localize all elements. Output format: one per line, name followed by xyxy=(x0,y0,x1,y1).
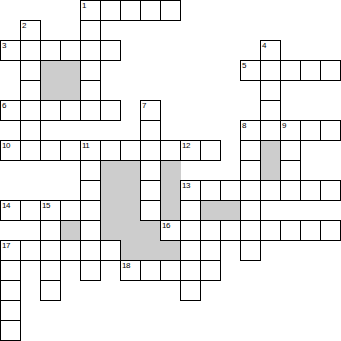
answer-cell-r11c9[interactable] xyxy=(180,220,201,241)
answer-cell-r11c2[interactable] xyxy=(40,220,61,241)
answer-cell-r9c14[interactable] xyxy=(280,180,301,201)
answer-cell-r8c12[interactable] xyxy=(240,160,261,181)
clue-number-2: 2 xyxy=(22,21,26,30)
answer-cell-r11c16[interactable] xyxy=(320,220,341,241)
answer-cell-r10c4[interactable] xyxy=(80,200,101,221)
answer-cell-r13c10[interactable] xyxy=(200,260,221,281)
answer-cell-r3c14[interactable] xyxy=(280,60,301,81)
answer-cell-r2c0[interactable]: 3 xyxy=(0,40,21,61)
answer-cell-r15c0[interactable] xyxy=(0,300,21,321)
answer-cell-r10c2[interactable]: 15 xyxy=(40,200,61,221)
clue-number-16: 16 xyxy=(162,221,170,230)
answer-cell-r3c1[interactable] xyxy=(20,60,41,81)
answer-cell-r6c14[interactable]: 9 xyxy=(280,120,301,141)
shaded-cell-r10c8 xyxy=(160,200,181,221)
answer-cell-r9c13[interactable] xyxy=(260,180,281,201)
answer-cell-r7c4[interactable]: 11 xyxy=(80,140,101,161)
answer-cell-r4c4[interactable] xyxy=(80,80,101,101)
clue-number-4: 4 xyxy=(262,41,266,50)
answer-cell-r7c0[interactable]: 10 xyxy=(0,140,21,161)
answer-cell-r9c9[interactable]: 13 xyxy=(180,180,201,201)
shaded-cell-r8c6 xyxy=(120,160,141,181)
answer-cell-r0c6[interactable] xyxy=(120,0,141,21)
answer-cell-r10c7[interactable] xyxy=(140,200,161,221)
clue-number-7: 7 xyxy=(142,101,146,110)
answer-cell-r5c4[interactable] xyxy=(80,100,101,121)
clue-number-13: 13 xyxy=(182,181,190,190)
answer-cell-r7c9[interactable]: 12 xyxy=(180,140,201,161)
answer-cell-r2c5[interactable] xyxy=(100,40,121,61)
clue-number-8: 8 xyxy=(242,121,246,130)
clue-number-9: 9 xyxy=(282,121,286,130)
answer-cell-r5c13[interactable] xyxy=(260,100,281,121)
answer-cell-r12c0[interactable]: 17 xyxy=(0,240,21,261)
answer-cell-r11c12[interactable] xyxy=(240,220,261,241)
shaded-cell-r10c11 xyxy=(220,200,241,221)
answer-cell-r7c2[interactable] xyxy=(40,140,61,161)
answer-cell-r3c13[interactable] xyxy=(260,60,281,81)
shaded-cell-r10c5 xyxy=(100,200,121,221)
clue-number-6: 6 xyxy=(2,101,6,110)
clue-number-14: 14 xyxy=(2,201,10,210)
answer-cell-r4c13[interactable] xyxy=(260,80,281,101)
answer-cell-r6c13[interactable] xyxy=(260,120,281,141)
answer-cell-r3c15[interactable] xyxy=(300,60,321,81)
answer-cell-r9c10[interactable] xyxy=(200,180,221,201)
answer-cell-r7c8[interactable] xyxy=(160,140,181,161)
answer-cell-r2c13[interactable]: 4 xyxy=(260,40,281,61)
answer-cell-r8c14[interactable] xyxy=(280,160,301,181)
answer-cell-r13c0[interactable] xyxy=(0,260,21,281)
answer-cell-r11c11[interactable] xyxy=(220,220,241,241)
clue-number-18: 18 xyxy=(122,261,130,270)
answer-cell-r7c3[interactable] xyxy=(60,140,81,161)
answer-cell-r0c8[interactable] xyxy=(160,0,181,21)
clue-number-3: 3 xyxy=(2,41,6,50)
answer-cell-r5c7[interactable]: 7 xyxy=(140,100,161,121)
shaded-cell-r8c8 xyxy=(160,160,181,181)
answer-cell-r11c10[interactable] xyxy=(200,220,221,241)
answer-cell-r13c8[interactable] xyxy=(160,260,181,281)
shaded-cell-r12c8 xyxy=(160,240,181,261)
clue-number-5: 5 xyxy=(242,61,246,70)
answer-cell-r3c16[interactable] xyxy=(320,60,341,81)
answer-cell-r6c15[interactable] xyxy=(300,120,321,141)
shaded-cell-r12c7 xyxy=(140,240,161,261)
answer-cell-r14c9[interactable] xyxy=(180,280,201,301)
answer-cell-r9c15[interactable] xyxy=(300,180,321,201)
answer-cell-r1c4[interactable] xyxy=(80,20,101,41)
answer-cell-r7c14[interactable] xyxy=(280,140,301,161)
answer-cell-r13c4[interactable] xyxy=(80,260,101,281)
answer-cell-r12c2[interactable] xyxy=(40,240,61,261)
shaded-cell-r10c10 xyxy=(200,200,221,221)
clue-number-15: 15 xyxy=(42,201,50,210)
answer-cell-r12c10[interactable] xyxy=(200,240,221,261)
answer-cell-r2c2[interactable] xyxy=(40,40,61,61)
answer-cell-r12c9[interactable] xyxy=(180,240,201,261)
shaded-cell-r4c3 xyxy=(60,80,81,101)
answer-cell-r11c14[interactable] xyxy=(280,220,301,241)
answer-cell-r6c16[interactable] xyxy=(320,120,341,141)
answer-cell-r8c7[interactable] xyxy=(140,160,161,181)
shaded-cell-r8c13 xyxy=(260,160,281,181)
shaded-cell-r11c7 xyxy=(140,220,161,241)
answer-cell-r10c3[interactable] xyxy=(60,200,81,221)
shaded-cell-r3c3 xyxy=(60,60,81,81)
clue-number-17: 17 xyxy=(2,241,10,250)
answer-cell-r5c2[interactable] xyxy=(40,100,61,121)
clue-number-12: 12 xyxy=(182,141,190,150)
answer-cell-r10c12[interactable] xyxy=(240,200,261,221)
answer-cell-r7c10[interactable] xyxy=(200,140,221,161)
answer-cell-r9c12[interactable] xyxy=(240,180,261,201)
answer-cell-r6c1[interactable] xyxy=(20,120,41,141)
answer-cell-r0c7[interactable] xyxy=(140,0,161,21)
answer-cell-r1c1[interactable]: 2 xyxy=(20,20,41,41)
answer-cell-r9c4[interactable] xyxy=(80,180,101,201)
answer-cell-r3c12[interactable]: 5 xyxy=(240,60,261,81)
shaded-cell-r11c6 xyxy=(120,220,141,241)
answer-cell-r5c1[interactable] xyxy=(20,100,41,121)
shaded-cell-r9c8 xyxy=(160,180,181,201)
shaded-cell-r4c2 xyxy=(40,80,61,101)
answer-cell-r5c5[interactable] xyxy=(100,100,121,121)
shaded-cell-r7c13 xyxy=(260,140,281,161)
answer-cell-r14c2[interactable] xyxy=(40,280,61,301)
answer-cell-r9c7[interactable] xyxy=(140,180,161,201)
answer-cell-r12c5[interactable] xyxy=(100,240,121,261)
answer-cell-r11c15[interactable] xyxy=(300,220,321,241)
answer-cell-r3c4[interactable] xyxy=(80,60,101,81)
clue-number-11: 11 xyxy=(82,141,89,150)
answer-cell-r2c4[interactable] xyxy=(80,40,101,61)
answer-cell-r7c6[interactable] xyxy=(120,140,141,161)
answer-cell-r11c4[interactable] xyxy=(80,220,101,241)
answer-cell-r9c11[interactable] xyxy=(220,180,241,201)
answer-cell-r6c7[interactable] xyxy=(140,120,161,141)
answer-cell-r4c1[interactable] xyxy=(20,80,41,101)
answer-cell-r7c12[interactable] xyxy=(240,140,261,161)
clue-number-10: 10 xyxy=(2,141,10,150)
shaded-cell-r3c2 xyxy=(40,60,61,81)
shaded-cell-r9c5 xyxy=(100,180,121,201)
clue-number-1: 1 xyxy=(82,1,86,10)
answer-cell-r10c0[interactable]: 14 xyxy=(0,200,21,221)
shaded-cell-r11c5 xyxy=(100,220,121,241)
answer-cell-r14c0[interactable] xyxy=(0,280,21,301)
answer-cell-r16c0[interactable] xyxy=(0,320,21,341)
crossword-grid: 123456789101112131415161718 xyxy=(0,0,341,341)
answer-cell-r13c7[interactable] xyxy=(140,260,161,281)
answer-cell-r2c1[interactable] xyxy=(20,40,41,61)
shaded-cell-r12c6 xyxy=(120,240,141,261)
answer-cell-r9c16[interactable] xyxy=(320,180,341,201)
shaded-cell-r10c6 xyxy=(120,200,141,221)
answer-cell-r7c7[interactable] xyxy=(140,140,161,161)
answer-cell-r12c1[interactable] xyxy=(20,240,41,261)
answer-cell-r12c3[interactable] xyxy=(60,240,81,261)
answer-cell-r12c4[interactable] xyxy=(80,240,101,261)
answer-cell-r2c3[interactable] xyxy=(60,40,81,61)
shaded-cell-r11c3 xyxy=(60,220,81,241)
answer-cell-r12c12[interactable] xyxy=(240,240,261,261)
answer-cell-r10c1[interactable] xyxy=(20,200,41,221)
answer-cell-r13c6[interactable]: 18 xyxy=(120,260,141,281)
answer-cell-r0c4[interactable]: 1 xyxy=(80,0,101,21)
answer-cell-r7c5[interactable] xyxy=(100,140,121,161)
answer-cell-r11c8[interactable]: 16 xyxy=(160,220,181,241)
answer-cell-r5c3[interactable] xyxy=(60,100,81,121)
answer-cell-r13c2[interactable] xyxy=(40,260,61,281)
answer-cell-r0c5[interactable] xyxy=(100,0,121,21)
answer-cell-r7c1[interactable] xyxy=(20,140,41,161)
shaded-cell-r8c5 xyxy=(100,160,121,181)
shaded-cell-r9c6 xyxy=(120,180,141,201)
answer-cell-r11c13[interactable] xyxy=(260,220,281,241)
answer-cell-r8c4[interactable] xyxy=(80,160,101,181)
answer-cell-r6c12[interactable]: 8 xyxy=(240,120,261,141)
answer-cell-r5c0[interactable]: 6 xyxy=(0,100,21,121)
answer-cell-r13c9[interactable] xyxy=(180,260,201,281)
answer-cell-r10c9[interactable] xyxy=(180,200,201,221)
